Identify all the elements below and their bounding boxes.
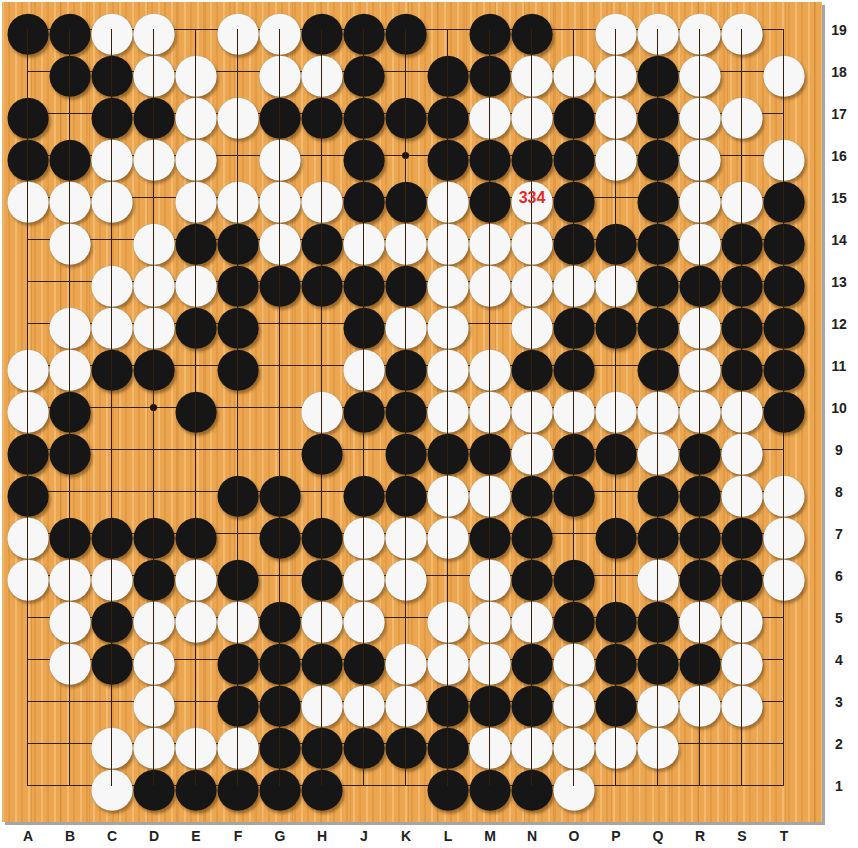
- cell-P12[interactable]: ●: [595, 303, 637, 345]
- cell-R2[interactable]: [679, 723, 721, 765]
- board-grid: ●●●●●●●●●●●●●●●●●●●●●●●●●●●●●●●●●●●●●●●●…: [7, 9, 805, 807]
- cell-E12[interactable]: ●: [175, 303, 217, 345]
- cell-P16[interactable]: ●: [595, 135, 637, 177]
- cell-C9[interactable]: [91, 429, 133, 471]
- black-stone-E12: ●: [175, 303, 217, 345]
- black-stone-M1: ●: [469, 765, 511, 807]
- col-label-D: D: [133, 828, 175, 848]
- col-label-P: P: [595, 828, 637, 848]
- cell-J1[interactable]: [343, 765, 385, 807]
- col-label-C: C: [91, 828, 133, 848]
- row-label-6: 6: [822, 555, 856, 597]
- cell-R1[interactable]: [679, 765, 721, 807]
- row-label-19: 19: [822, 9, 856, 51]
- cell-G12[interactable]: [259, 303, 301, 345]
- white-stone-E5: ●: [175, 597, 217, 639]
- row-label-12: 12: [822, 303, 856, 345]
- cell-G13[interactable]: ●: [259, 261, 301, 303]
- black-stone-J10: ●: [343, 387, 385, 429]
- cell-G10[interactable]: [259, 387, 301, 429]
- row-label-15: 15: [822, 177, 856, 219]
- black-stone-H13: ●: [301, 261, 343, 303]
- white-stone-Q2: ●: [637, 723, 679, 765]
- white-stone-F17: ●: [217, 93, 259, 135]
- cell-G1[interactable]: ●: [259, 765, 301, 807]
- col-label-L: L: [427, 828, 469, 848]
- black-stone-K17: ●: [385, 93, 427, 135]
- cell-A5[interactable]: [7, 597, 49, 639]
- cell-N15[interactable]: ●334: [511, 177, 553, 219]
- star-point-K16: [402, 152, 409, 159]
- white-stone-P16: ●: [595, 135, 637, 177]
- cell-C15[interactable]: ●: [91, 177, 133, 219]
- col-label-B: B: [49, 828, 91, 848]
- black-stone-F11: ●: [217, 345, 259, 387]
- black-stone-C11: ●: [91, 345, 133, 387]
- cell-A6[interactable]: ●: [7, 555, 49, 597]
- black-stone-H9: ●: [301, 429, 343, 471]
- black-stone-L1: ●: [427, 765, 469, 807]
- black-stone-B18: ●: [49, 51, 91, 93]
- cell-P1[interactable]: [595, 765, 637, 807]
- cell-B3[interactable]: [49, 681, 91, 723]
- cell-C4[interactable]: ●: [91, 639, 133, 681]
- cell-K17[interactable]: ●: [385, 93, 427, 135]
- col-label-Q: Q: [637, 828, 679, 848]
- white-stone-B4: ●: [49, 639, 91, 681]
- cell-T5[interactable]: [763, 597, 805, 639]
- cell-G11[interactable]: [259, 345, 301, 387]
- black-stone-J2: ●: [343, 723, 385, 765]
- cell-F17[interactable]: ●: [217, 93, 259, 135]
- row-label-5: 5: [822, 597, 856, 639]
- cell-H9[interactable]: ●: [301, 429, 343, 471]
- white-stone-T18: ●: [763, 51, 805, 93]
- black-stone-P12: ●: [595, 303, 637, 345]
- white-stone-L7: ●: [427, 513, 469, 555]
- white-stone-D16: ●: [133, 135, 175, 177]
- cell-A15[interactable]: ●: [7, 177, 49, 219]
- cell-H1[interactable]: ●: [301, 765, 343, 807]
- cell-C10[interactable]: [91, 387, 133, 429]
- cell-T6[interactable]: ●: [763, 555, 805, 597]
- last-move-number: 334: [511, 177, 553, 219]
- black-stone-H17: ●: [301, 93, 343, 135]
- cell-Q2[interactable]: ●: [637, 723, 679, 765]
- black-stone-P9: ●: [595, 429, 637, 471]
- row-label-1: 1: [822, 765, 856, 807]
- cell-J2[interactable]: ●: [343, 723, 385, 765]
- white-stone-C15: ●: [91, 177, 133, 219]
- black-stone-E10: ●: [175, 387, 217, 429]
- cell-T10[interactable]: ●: [763, 387, 805, 429]
- cell-L7[interactable]: ●: [427, 513, 469, 555]
- col-label-R: R: [679, 828, 721, 848]
- col-label-J: J: [343, 828, 385, 848]
- star-point-D10: [150, 404, 157, 411]
- cell-H12[interactable]: [301, 303, 343, 345]
- cell-T2[interactable]: [763, 723, 805, 765]
- black-stone-G7: ●: [259, 513, 301, 555]
- col-label-M: M: [469, 828, 511, 848]
- col-label-G: G: [259, 828, 301, 848]
- cell-T1[interactable]: [763, 765, 805, 807]
- col-label-T: T: [763, 828, 805, 848]
- black-stone-G13: ●: [259, 261, 301, 303]
- black-stone-P7: ●: [595, 513, 637, 555]
- col-label-F: F: [217, 828, 259, 848]
- cell-A13[interactable]: [7, 261, 49, 303]
- cell-R3[interactable]: ●: [679, 681, 721, 723]
- row-label-2: 2: [822, 723, 856, 765]
- cell-K6[interactable]: ●: [385, 555, 427, 597]
- row-label-16: 16: [822, 135, 856, 177]
- row-label-17: 17: [822, 93, 856, 135]
- cell-F1[interactable]: ●: [217, 765, 259, 807]
- cell-D11[interactable]: ●: [133, 345, 175, 387]
- cell-B2[interactable]: [49, 723, 91, 765]
- cell-O1[interactable]: ●: [553, 765, 595, 807]
- row-label-18: 18: [822, 51, 856, 93]
- black-stone-D11: ●: [133, 345, 175, 387]
- go-board: ●●●●●●●●●●●●●●●●●●●●●●●●●●●●●●●●●●●●●●●●…: [2, 2, 822, 822]
- black-stone-D1: ●: [133, 765, 175, 807]
- cell-M1[interactable]: ●: [469, 765, 511, 807]
- cell-K2[interactable]: ●: [385, 723, 427, 765]
- cell-Q1[interactable]: [637, 765, 679, 807]
- white-stone-O1: ●: [553, 765, 595, 807]
- white-stone-K6: ●: [385, 555, 427, 597]
- white-stone-F19: ●: [217, 9, 259, 51]
- col-label-A: A: [7, 828, 49, 848]
- cell-T4[interactable]: [763, 639, 805, 681]
- cell-E1[interactable]: ●: [175, 765, 217, 807]
- white-stone-B14: ●: [49, 219, 91, 261]
- white-stone-S3: ●: [721, 681, 763, 723]
- col-label-H: H: [301, 828, 343, 848]
- cell-A4[interactable]: [7, 639, 49, 681]
- row-label-9: 9: [822, 429, 856, 471]
- col-label-K: K: [385, 828, 427, 848]
- row-label-14: 14: [822, 219, 856, 261]
- cell-G7[interactable]: ●: [259, 513, 301, 555]
- cell-S3[interactable]: ●: [721, 681, 763, 723]
- cell-O8[interactable]: ●: [553, 471, 595, 513]
- cell-A19[interactable]: ●: [7, 9, 49, 51]
- cell-F19[interactable]: ●: [217, 9, 259, 51]
- cell-M13[interactable]: ●: [469, 261, 511, 303]
- cell-F11[interactable]: ●: [217, 345, 259, 387]
- white-stone-R3: ●: [679, 681, 721, 723]
- black-stone-H1: ●: [301, 765, 343, 807]
- black-stone-F1: ●: [217, 765, 259, 807]
- go-game-page: ●●●●●●●●●●●●●●●●●●●●●●●●●●●●●●●●●●●●●●●●…: [0, 0, 858, 848]
- cell-H13[interactable]: ●: [301, 261, 343, 303]
- cell-A2[interactable]: [7, 723, 49, 765]
- white-stone-A6: ●: [7, 555, 49, 597]
- cell-B9[interactable]: ●: [49, 429, 91, 471]
- cell-E5[interactable]: ●: [175, 597, 217, 639]
- white-stone-S17: ●: [721, 93, 763, 135]
- row-label-11: 11: [822, 345, 856, 387]
- col-label-O: O: [553, 828, 595, 848]
- black-stone-O8: ●: [553, 471, 595, 513]
- cell-A1[interactable]: [7, 765, 49, 807]
- col-label-S: S: [721, 828, 763, 848]
- white-stone-P2: ●: [595, 723, 637, 765]
- cell-F10[interactable]: [217, 387, 259, 429]
- white-stone-C1: ●: [91, 765, 133, 807]
- black-stone-A19: ●: [7, 9, 49, 51]
- cell-P2[interactable]: ●: [595, 723, 637, 765]
- cell-H17[interactable]: ●: [301, 93, 343, 135]
- black-stone-K19: ●: [385, 9, 427, 51]
- black-stone-N1: ●: [511, 765, 553, 807]
- row-label-3: 3: [822, 681, 856, 723]
- cell-S1[interactable]: [721, 765, 763, 807]
- cell-P9[interactable]: ●: [595, 429, 637, 471]
- row-label-10: 10: [822, 387, 856, 429]
- cell-S17[interactable]: ●: [721, 93, 763, 135]
- black-stone-T10: ●: [763, 387, 805, 429]
- row-label-8: 8: [822, 471, 856, 513]
- col-label-N: N: [511, 828, 553, 848]
- cell-C11[interactable]: ●: [91, 345, 133, 387]
- cell-D1[interactable]: ●: [133, 765, 175, 807]
- cell-P7[interactable]: ●: [595, 513, 637, 555]
- cell-S19[interactable]: ●: [721, 9, 763, 51]
- cell-D16[interactable]: ●: [133, 135, 175, 177]
- row-label-4: 4: [822, 639, 856, 681]
- black-stone-G1: ●: [259, 765, 301, 807]
- white-stone-T6: ●: [763, 555, 805, 597]
- cell-E9[interactable]: [175, 429, 217, 471]
- cell-K19[interactable]: ●: [385, 9, 427, 51]
- cell-K1[interactable]: [385, 765, 427, 807]
- cell-S2[interactable]: [721, 723, 763, 765]
- col-label-E: E: [175, 828, 217, 848]
- white-stone-M13: ●: [469, 261, 511, 303]
- cell-F8[interactable]: ●: [217, 471, 259, 513]
- cell-L1[interactable]: ●: [427, 765, 469, 807]
- cell-A14[interactable]: [7, 219, 49, 261]
- cell-D9[interactable]: [133, 429, 175, 471]
- row-label-7: 7: [822, 513, 856, 555]
- cell-B4[interactable]: ●: [49, 639, 91, 681]
- black-stone-K2: ●: [385, 723, 427, 765]
- black-stone-E1: ●: [175, 765, 217, 807]
- cell-J10[interactable]: ●: [343, 387, 385, 429]
- cell-B1[interactable]: [49, 765, 91, 807]
- cell-N1[interactable]: ●: [511, 765, 553, 807]
- black-stone-B9: ●: [49, 429, 91, 471]
- cell-T18[interactable]: ●: [763, 51, 805, 93]
- cell-T3[interactable]: [763, 681, 805, 723]
- cell-E4[interactable]: [175, 639, 217, 681]
- white-stone-S19: ●: [721, 9, 763, 51]
- cell-B18[interactable]: ●: [49, 51, 91, 93]
- cell-E10[interactable]: ●: [175, 387, 217, 429]
- row-label-13: 13: [822, 261, 856, 303]
- white-stone-A15: ●: [7, 177, 49, 219]
- cell-C1[interactable]: ●: [91, 765, 133, 807]
- black-stone-C4: ●: [91, 639, 133, 681]
- cell-A3[interactable]: [7, 681, 49, 723]
- cell-B14[interactable]: ●: [49, 219, 91, 261]
- cell-D10[interactable]: [133, 387, 175, 429]
- black-stone-F8: ●: [217, 471, 259, 513]
